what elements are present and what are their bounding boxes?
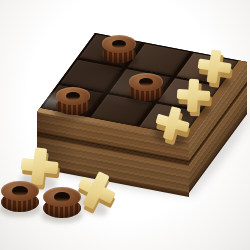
o-piece[interactable] <box>1 181 39 214</box>
o-piece[interactable] <box>56 87 90 116</box>
cross-top <box>186 78 198 112</box>
x-piece[interactable] <box>175 77 210 112</box>
ring-hole <box>54 192 70 202</box>
o-piece[interactable] <box>129 73 163 102</box>
o-piece[interactable] <box>102 35 136 64</box>
o-piece[interactable] <box>43 187 81 220</box>
tic-tac-toe-photo <box>0 0 250 250</box>
ring-hole <box>12 186 28 196</box>
